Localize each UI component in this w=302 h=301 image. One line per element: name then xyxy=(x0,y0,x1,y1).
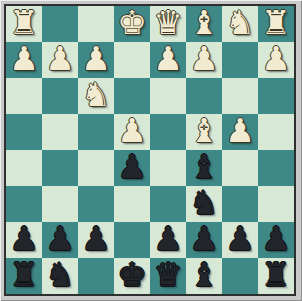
black-bishop[interactable]: ♝ xyxy=(189,150,219,185)
square-g2[interactable]: ♟ xyxy=(42,42,78,78)
square-h4[interactable] xyxy=(6,114,42,150)
square-c2[interactable]: ♟ xyxy=(186,42,222,78)
black-king[interactable]: ♚ xyxy=(117,258,147,293)
white-knight[interactable]: ♞ xyxy=(225,6,255,41)
square-h3[interactable] xyxy=(6,78,42,114)
square-b7[interactable]: ♟ xyxy=(222,222,258,258)
square-f5[interactable] xyxy=(78,150,114,186)
black-pawn[interactable]: ♟ xyxy=(189,222,219,257)
square-f3[interactable]: ♞ xyxy=(78,78,114,114)
square-a7[interactable]: ♟ xyxy=(258,222,294,258)
square-e3[interactable] xyxy=(114,78,150,114)
square-c7[interactable]: ♟ xyxy=(186,222,222,258)
square-d8[interactable]: ♛ xyxy=(150,258,186,294)
square-b3[interactable] xyxy=(222,78,258,114)
square-a4[interactable] xyxy=(258,114,294,150)
white-pawn[interactable]: ♟ xyxy=(225,114,255,149)
square-h8[interactable]: ♜ xyxy=(6,258,42,294)
black-pawn[interactable]: ♟ xyxy=(225,222,255,257)
square-e1[interactable]: ♚ xyxy=(114,6,150,42)
square-c1[interactable]: ♝ xyxy=(186,6,222,42)
square-g6[interactable] xyxy=(42,186,78,222)
square-h6[interactable] xyxy=(6,186,42,222)
square-d7[interactable]: ♟ xyxy=(150,222,186,258)
square-a8[interactable]: ♜ xyxy=(258,258,294,294)
square-a6[interactable] xyxy=(258,186,294,222)
black-knight[interactable]: ♞ xyxy=(45,258,75,293)
square-e5[interactable]: ♟ xyxy=(114,150,150,186)
square-e4[interactable]: ♟ xyxy=(114,114,150,150)
square-e7[interactable] xyxy=(114,222,150,258)
white-knight[interactable]: ♞ xyxy=(81,78,111,113)
chess-board: ♜♚♛♝♞♜♟♟♟♟♟♟♞♟♝♟♟♝♞♟♟♟♟♟♟♟♜♞♚♛♝♜ xyxy=(6,6,294,294)
square-g5[interactable] xyxy=(42,150,78,186)
square-c6[interactable]: ♞ xyxy=(186,186,222,222)
white-pawn[interactable]: ♟ xyxy=(81,42,111,77)
square-d4[interactable] xyxy=(150,114,186,150)
square-d5[interactable] xyxy=(150,150,186,186)
square-h5[interactable] xyxy=(6,150,42,186)
square-g4[interactable] xyxy=(42,114,78,150)
black-pawn[interactable]: ♟ xyxy=(153,222,183,257)
square-e2[interactable] xyxy=(114,42,150,78)
black-pawn[interactable]: ♟ xyxy=(261,222,291,257)
square-c3[interactable] xyxy=(186,78,222,114)
square-h1[interactable]: ♜ xyxy=(6,6,42,42)
square-b2[interactable] xyxy=(222,42,258,78)
black-pawn[interactable]: ♟ xyxy=(9,222,39,257)
black-queen[interactable]: ♛ xyxy=(153,258,183,293)
white-pawn[interactable]: ♟ xyxy=(117,114,147,149)
white-pawn[interactable]: ♟ xyxy=(189,42,219,77)
square-b4[interactable]: ♟ xyxy=(222,114,258,150)
square-h2[interactable]: ♟ xyxy=(6,42,42,78)
black-rook[interactable]: ♜ xyxy=(9,258,39,293)
black-knight[interactable]: ♞ xyxy=(189,186,219,221)
square-b1[interactable]: ♞ xyxy=(222,6,258,42)
square-g1[interactable] xyxy=(42,6,78,42)
black-pawn[interactable]: ♟ xyxy=(45,222,75,257)
white-bishop[interactable]: ♝ xyxy=(189,114,219,149)
chess-app-window: ♜♚♛♝♞♜♟♟♟♟♟♟♞♟♝♟♟♝♞♟♟♟♟♟♟♟♜♞♚♛♝♜ xyxy=(0,0,302,301)
square-f6[interactable] xyxy=(78,186,114,222)
black-pawn[interactable]: ♟ xyxy=(81,222,111,257)
white-bishop[interactable]: ♝ xyxy=(189,6,219,41)
square-f4[interactable] xyxy=(78,114,114,150)
square-f2[interactable]: ♟ xyxy=(78,42,114,78)
square-a3[interactable] xyxy=(258,78,294,114)
square-d6[interactable] xyxy=(150,186,186,222)
square-d1[interactable]: ♛ xyxy=(150,6,186,42)
square-d3[interactable] xyxy=(150,78,186,114)
square-a2[interactable]: ♟ xyxy=(258,42,294,78)
white-queen[interactable]: ♛ xyxy=(153,6,183,41)
square-g3[interactable] xyxy=(42,78,78,114)
square-c4[interactable]: ♝ xyxy=(186,114,222,150)
black-bishop[interactable]: ♝ xyxy=(189,258,219,293)
square-c8[interactable]: ♝ xyxy=(186,258,222,294)
white-pawn[interactable]: ♟ xyxy=(45,42,75,77)
black-pawn[interactable]: ♟ xyxy=(117,150,147,185)
square-f8[interactable] xyxy=(78,258,114,294)
square-a5[interactable] xyxy=(258,150,294,186)
white-pawn[interactable]: ♟ xyxy=(9,42,39,77)
square-f1[interactable] xyxy=(78,6,114,42)
square-e6[interactable] xyxy=(114,186,150,222)
square-d2[interactable]: ♟ xyxy=(150,42,186,78)
square-g7[interactable]: ♟ xyxy=(42,222,78,258)
white-pawn[interactable]: ♟ xyxy=(153,42,183,77)
square-h7[interactable]: ♟ xyxy=(6,222,42,258)
white-king[interactable]: ♚ xyxy=(117,6,147,41)
square-g8[interactable]: ♞ xyxy=(42,258,78,294)
square-b8[interactable] xyxy=(222,258,258,294)
square-a1[interactable]: ♜ xyxy=(258,6,294,42)
square-b5[interactable] xyxy=(222,150,258,186)
white-pawn[interactable]: ♟ xyxy=(261,42,291,77)
square-e8[interactable]: ♚ xyxy=(114,258,150,294)
black-rook[interactable]: ♜ xyxy=(261,258,291,293)
square-f7[interactable]: ♟ xyxy=(78,222,114,258)
white-rook[interactable]: ♜ xyxy=(9,6,39,41)
square-b6[interactable] xyxy=(222,186,258,222)
white-rook[interactable]: ♜ xyxy=(261,6,291,41)
board-frame: ♜♚♛♝♞♜♟♟♟♟♟♟♞♟♝♟♟♝♞♟♟♟♟♟♟♟♜♞♚♛♝♜ xyxy=(4,4,296,296)
square-c5[interactable]: ♝ xyxy=(186,150,222,186)
